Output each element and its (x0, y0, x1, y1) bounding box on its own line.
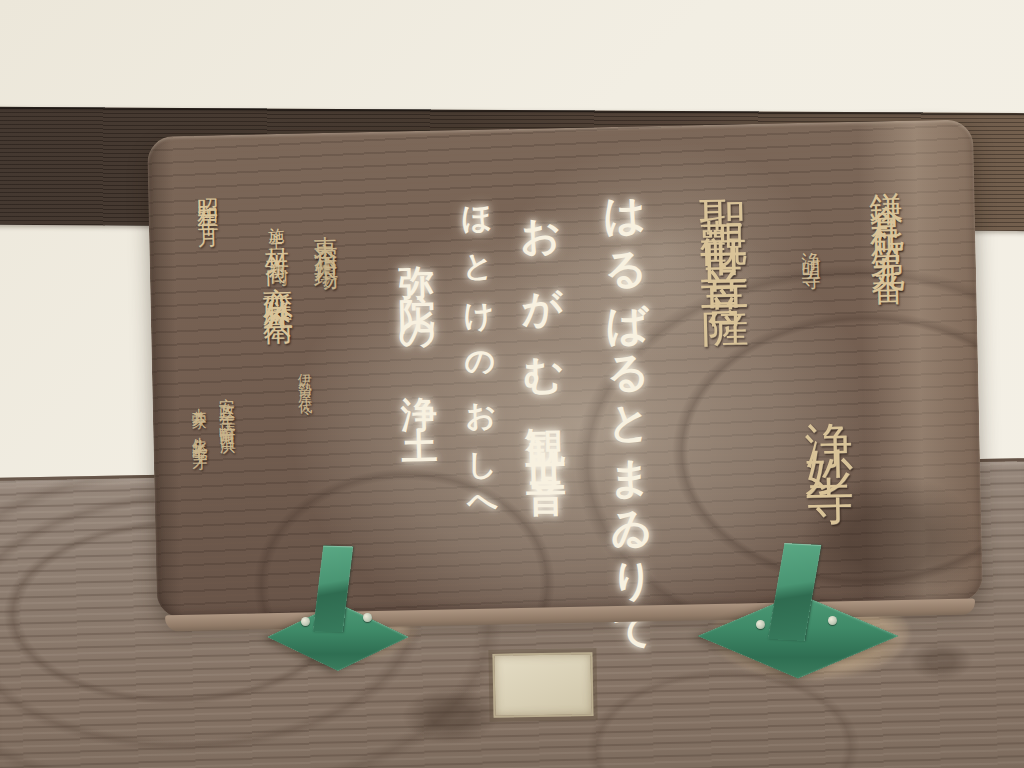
donor-generation: 初代 (267, 249, 286, 263)
poem-line-3: ほとけのおしへ (461, 184, 498, 530)
shelf-inset-patch (492, 652, 593, 718)
temple-name-column: 浄妙寺 (804, 384, 854, 463)
donor-house-column: 伊勢屋代々 (298, 361, 313, 406)
right-mount-screw-2 (828, 616, 837, 625)
poem-line-4: 弥陀の浄土 (397, 237, 437, 429)
photo-stage: 鎌倉札所第九番 浄明寺 浄妙寺 聖觀世音菩薩 はるばるとまゐりて おがむ観世音 … (0, 0, 1024, 768)
poem-line-2: おがむ観世音 (520, 190, 566, 465)
temple-prefix-column: 浄明寺 (801, 237, 821, 264)
left-mount-screw-1 (301, 617, 310, 626)
deity-column: 聖觀世音菩薩 (699, 160, 750, 281)
right-mount-screw-1 (756, 620, 765, 629)
wooden-plaque: 鎌倉札所第九番 浄明寺 浄妙寺 聖觀世音菩薩 はるばるとまゐりて おがむ観世音 … (147, 119, 983, 618)
donor-name: 齊藤外兵衛 (260, 263, 296, 299)
donor-trade: 材木商 (262, 228, 290, 250)
donor-role: 施主 (267, 214, 286, 228)
donor-address-text: 東京深川木場 (311, 217, 340, 254)
donor-address-suffix: にて (319, 253, 334, 285)
memorial-birth-column: 安政三年三崎町西浜 (218, 385, 235, 430)
memorial-family-column: 大井家ニ生化齢七十三才 (190, 396, 206, 446)
poem-line-1: はるばるとまゐりて (603, 168, 655, 636)
era-date-column: 昭和三年一月 (196, 181, 218, 217)
donor-column: 施主材木商初代齊藤外兵衛 (261, 214, 293, 299)
donor-address-column: 東京深川木場にて (313, 217, 338, 285)
left-mount-screw-2 (363, 613, 372, 622)
pilgrimage-number-column: 鎌倉札所第九番 (869, 165, 905, 257)
